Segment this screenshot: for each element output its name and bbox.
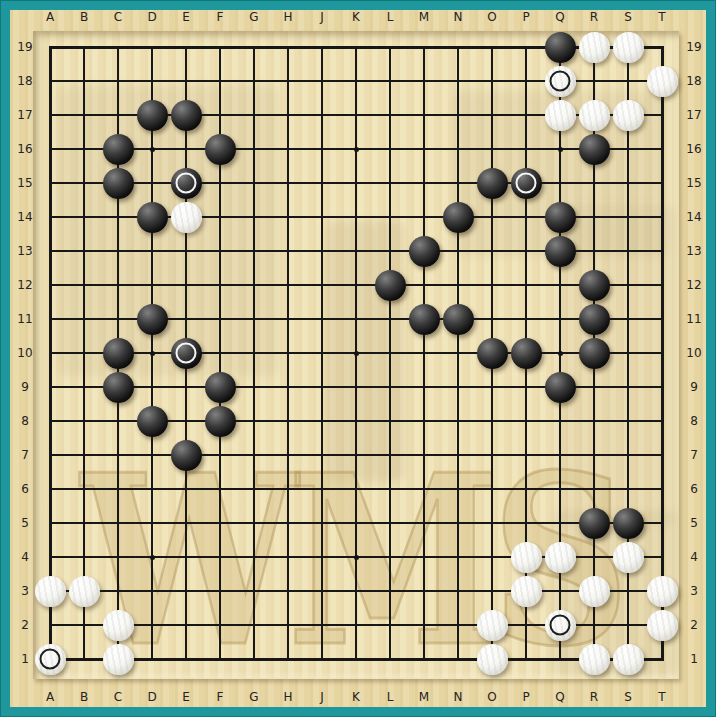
row-label-left-7: 7 <box>21 448 29 462</box>
row-label-right-13: 13 <box>686 244 701 258</box>
col-label-top-d: D <box>147 10 156 24</box>
star-point-d4 <box>150 555 155 560</box>
background-art <box>58 86 278 376</box>
stone-white-s1[interactable] <box>613 644 644 675</box>
stone-white-a1[interactable] <box>35 644 66 675</box>
stone-white-o2[interactable] <box>477 610 508 641</box>
grid-line-horizontal <box>49 658 664 661</box>
stone-black-q14[interactable] <box>545 202 576 233</box>
circle-marker <box>176 173 197 194</box>
stone-black-q13[interactable] <box>545 236 576 267</box>
star-point-k4 <box>354 555 359 560</box>
stone-white-s4[interactable] <box>613 542 644 573</box>
row-label-right-9: 9 <box>690 380 698 394</box>
row-label-right-19: 19 <box>686 40 701 54</box>
row-label-right-2: 2 <box>690 618 698 632</box>
row-label-right-10: 10 <box>686 346 701 360</box>
go-app-window: WMS AABBCCDDEEFFGGHHJJKKLLMMNNOOPPQQRRSS… <box>0 0 716 717</box>
star-point-q16 <box>558 147 563 152</box>
col-label-top-o: O <box>487 10 496 24</box>
row-label-right-6: 6 <box>690 482 698 496</box>
stone-black-r12[interactable] <box>579 270 610 301</box>
col-label-top-k: K <box>352 10 360 24</box>
grid-line-horizontal <box>49 522 664 524</box>
stone-white-p3[interactable] <box>511 576 542 607</box>
row-label-right-8: 8 <box>690 414 698 428</box>
row-label-left-18: 18 <box>17 74 32 88</box>
row-label-right-4: 4 <box>690 550 698 564</box>
row-label-left-15: 15 <box>17 176 32 190</box>
stone-black-c10[interactable] <box>103 338 134 369</box>
col-label-top-f: F <box>217 10 224 24</box>
grid-line-horizontal <box>49 488 664 490</box>
stone-black-e17[interactable] <box>171 100 202 131</box>
row-label-left-2: 2 <box>21 618 29 632</box>
stone-black-r11[interactable] <box>579 304 610 335</box>
stone-black-d11[interactable] <box>137 304 168 335</box>
row-label-left-4: 4 <box>21 550 29 564</box>
row-label-right-3: 3 <box>690 584 698 598</box>
stone-black-n11[interactable] <box>443 304 474 335</box>
grid-line-vertical <box>389 46 391 661</box>
stone-white-c2[interactable] <box>103 610 134 641</box>
star-point-k10 <box>354 351 359 356</box>
grid-line-vertical <box>423 46 425 661</box>
stone-white-e14[interactable] <box>171 202 202 233</box>
stone-white-r3[interactable] <box>579 576 610 607</box>
stone-black-r5[interactable] <box>579 508 610 539</box>
row-label-left-12: 12 <box>17 278 32 292</box>
col-label-bottom-p: P <box>522 690 529 704</box>
col-label-bottom-j: J <box>320 690 324 704</box>
col-label-bottom-t: T <box>658 690 665 704</box>
col-label-bottom-c: C <box>114 690 122 704</box>
row-label-right-7: 7 <box>690 448 698 462</box>
stone-black-r16[interactable] <box>579 134 610 165</box>
col-label-top-t: T <box>658 10 665 24</box>
stone-black-f8[interactable] <box>205 406 236 437</box>
col-label-top-a: A <box>46 10 54 24</box>
stone-black-e10[interactable] <box>171 338 202 369</box>
stone-white-t2[interactable] <box>647 610 678 641</box>
stone-white-b3[interactable] <box>69 576 100 607</box>
col-label-top-q: Q <box>555 10 564 24</box>
stone-white-r19[interactable] <box>579 32 610 63</box>
col-label-bottom-d: D <box>147 690 156 704</box>
stone-black-e15[interactable] <box>171 168 202 199</box>
row-label-left-5: 5 <box>21 516 29 530</box>
stone-black-d8[interactable] <box>137 406 168 437</box>
stone-black-s5[interactable] <box>613 508 644 539</box>
col-label-top-e: E <box>182 10 190 24</box>
col-label-bottom-q: Q <box>555 690 564 704</box>
stone-black-e7[interactable] <box>171 440 202 471</box>
row-label-left-9: 9 <box>21 380 29 394</box>
row-label-right-18: 18 <box>686 74 701 88</box>
row-label-right-15: 15 <box>686 176 701 190</box>
col-label-bottom-m: M <box>419 690 429 704</box>
col-label-top-j: J <box>320 10 324 24</box>
stone-black-m11[interactable] <box>409 304 440 335</box>
circle-marker <box>550 615 571 636</box>
stone-white-r1[interactable] <box>579 644 610 675</box>
row-label-right-5: 5 <box>690 516 698 530</box>
stone-black-l12[interactable] <box>375 270 406 301</box>
stone-black-f16[interactable] <box>205 134 236 165</box>
stone-black-d17[interactable] <box>137 100 168 131</box>
col-label-bottom-l: L <box>387 690 394 704</box>
col-label-top-c: C <box>114 10 122 24</box>
star-point-k16 <box>354 147 359 152</box>
stone-black-o10[interactable] <box>477 338 508 369</box>
stone-black-c9[interactable] <box>103 372 134 403</box>
stone-black-c15[interactable] <box>103 168 134 199</box>
stone-white-q2[interactable] <box>545 610 576 641</box>
col-label-top-s: S <box>624 10 632 24</box>
col-label-top-r: R <box>590 10 598 24</box>
stone-black-o15[interactable] <box>477 168 508 199</box>
stone-white-s19[interactable] <box>613 32 644 63</box>
stone-white-t3[interactable] <box>647 576 678 607</box>
grid-line-vertical <box>457 46 459 661</box>
col-label-bottom-r: R <box>590 690 598 704</box>
circle-marker <box>40 649 61 670</box>
stone-white-t18[interactable] <box>647 66 678 97</box>
stone-black-p15[interactable] <box>511 168 542 199</box>
stone-white-a3[interactable] <box>35 576 66 607</box>
stone-black-f9[interactable] <box>205 372 236 403</box>
col-label-top-g: G <box>249 10 258 24</box>
row-label-left-14: 14 <box>17 210 32 224</box>
stone-white-s17[interactable] <box>613 100 644 131</box>
star-point-d16 <box>150 147 155 152</box>
col-label-bottom-s: S <box>624 690 632 704</box>
col-label-top-b: B <box>80 10 88 24</box>
row-label-right-12: 12 <box>686 278 701 292</box>
grid-line-horizontal <box>49 590 664 592</box>
col-label-bottom-f: F <box>217 690 224 704</box>
stone-black-d14[interactable] <box>137 202 168 233</box>
row-label-right-1: 1 <box>690 652 698 666</box>
stone-black-m13[interactable] <box>409 236 440 267</box>
row-label-left-8: 8 <box>21 414 29 428</box>
stone-black-r10[interactable] <box>579 338 610 369</box>
stone-white-r17[interactable] <box>579 100 610 131</box>
stone-black-n14[interactable] <box>443 202 474 233</box>
col-label-bottom-h: H <box>283 690 292 704</box>
col-label-bottom-k: K <box>352 690 360 704</box>
col-label-bottom-g: G <box>249 690 258 704</box>
col-label-top-h: H <box>283 10 292 24</box>
stone-black-p10[interactable] <box>511 338 542 369</box>
row-label-left-10: 10 <box>17 346 32 360</box>
col-label-bottom-n: N <box>454 690 463 704</box>
grid-line-vertical <box>661 46 664 661</box>
col-label-top-m: M <box>419 10 429 24</box>
stone-white-o1[interactable] <box>477 644 508 675</box>
row-label-right-17: 17 <box>686 108 701 122</box>
stone-white-q17[interactable] <box>545 100 576 131</box>
row-label-left-19: 19 <box>17 40 32 54</box>
stone-white-q18[interactable] <box>545 66 576 97</box>
stone-white-p4[interactable] <box>511 542 542 573</box>
row-label-left-17: 17 <box>17 108 32 122</box>
stone-black-q9[interactable] <box>545 372 576 403</box>
stone-black-q19[interactable] <box>545 32 576 63</box>
row-label-left-13: 13 <box>17 244 32 258</box>
row-label-left-11: 11 <box>17 312 32 326</box>
row-label-left-1: 1 <box>21 652 29 666</box>
col-label-bottom-a: A <box>46 690 54 704</box>
col-label-top-l: L <box>387 10 394 24</box>
col-label-top-p: P <box>522 10 529 24</box>
circle-marker <box>550 71 571 92</box>
row-label-right-11: 11 <box>686 312 701 326</box>
col-label-bottom-e: E <box>182 690 190 704</box>
row-label-left-16: 16 <box>17 142 32 156</box>
row-label-left-3: 3 <box>21 584 29 598</box>
stone-white-c1[interactable] <box>103 644 134 675</box>
grid-line-horizontal <box>49 454 664 456</box>
stone-black-c16[interactable] <box>103 134 134 165</box>
row-label-left-6: 6 <box>21 482 29 496</box>
col-label-bottom-o: O <box>487 690 496 704</box>
col-label-bottom-b: B <box>80 690 88 704</box>
stone-white-q4[interactable] <box>545 542 576 573</box>
circle-marker <box>176 343 197 364</box>
star-point-d10 <box>150 351 155 356</box>
col-label-top-n: N <box>454 10 463 24</box>
row-label-right-14: 14 <box>686 210 701 224</box>
row-label-right-16: 16 <box>686 142 701 156</box>
circle-marker <box>516 173 537 194</box>
star-point-q10 <box>558 351 563 356</box>
